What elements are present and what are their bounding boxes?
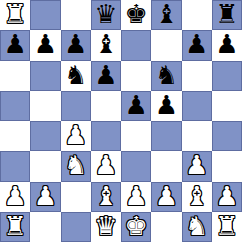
piece-white-queen[interactable]: ♛ [94, 213, 117, 239]
square-a2[interactable]: ♟ [0, 182, 30, 212]
square-f6[interactable]: ♞ [151, 61, 181, 91]
square-b1[interactable] [30, 212, 60, 242]
square-c3[interactable]: ♞ [61, 151, 91, 181]
square-c6[interactable]: ♞ [61, 61, 91, 91]
square-g1[interactable]: ♞ [182, 212, 212, 242]
square-d4[interactable] [91, 121, 121, 151]
square-d7[interactable]: ♝ [91, 30, 121, 60]
square-c7[interactable]: ♟ [61, 30, 91, 60]
piece-black-pawn[interactable]: ♟ [3, 31, 26, 57]
square-e7[interactable] [121, 30, 151, 60]
square-h1[interactable]: ♜ [212, 212, 242, 242]
square-g8[interactable] [182, 0, 212, 30]
piece-white-rook[interactable]: ♜ [3, 1, 26, 27]
square-h3[interactable] [212, 151, 242, 181]
square-f2[interactable]: ♟ [151, 182, 181, 212]
piece-black-pawn[interactable]: ♟ [185, 31, 208, 57]
square-g3[interactable]: ♟ [182, 151, 212, 181]
square-g7[interactable]: ♟ [182, 30, 212, 60]
square-b4[interactable] [30, 121, 60, 151]
square-b8[interactable] [30, 0, 60, 30]
square-e2[interactable]: ♟ [121, 182, 151, 212]
square-e3[interactable] [121, 151, 151, 181]
square-b6[interactable] [30, 61, 60, 91]
square-e5[interactable]: ♟ [121, 91, 151, 121]
square-d1[interactable]: ♛ [91, 212, 121, 242]
piece-black-knight[interactable]: ♞ [155, 62, 178, 88]
piece-white-knight[interactable]: ♞ [64, 152, 87, 178]
square-c1[interactable] [61, 212, 91, 242]
piece-black-pawn[interactable]: ♟ [94, 62, 117, 88]
square-h8[interactable]: ♜ [212, 0, 242, 30]
square-c4[interactable]: ♟ [61, 121, 91, 151]
chess-board-container: ♜♛♚♝♜♟♟♟♝♟♟♞♟♞♟♟♟♞♟♟♟♟♝♟♟♝♟♜♛♚♞♜ [0, 0, 242, 242]
piece-black-king[interactable]: ♚ [124, 1, 147, 27]
square-h7[interactable]: ♟ [212, 30, 242, 60]
chess-board: ♜♛♚♝♜♟♟♟♝♟♟♞♟♞♟♟♟♞♟♟♟♟♝♟♟♝♟♜♛♚♞♜ [0, 0, 242, 242]
square-e4[interactable] [121, 121, 151, 151]
piece-black-pawn[interactable]: ♟ [34, 31, 57, 57]
piece-white-pawn[interactable]: ♟ [64, 122, 87, 148]
piece-black-bishop[interactable]: ♝ [155, 1, 178, 27]
square-d6[interactable]: ♟ [91, 61, 121, 91]
piece-black-pawn[interactable]: ♟ [64, 31, 87, 57]
square-f1[interactable] [151, 212, 181, 242]
square-a4[interactable] [0, 121, 30, 151]
square-f5[interactable]: ♟ [151, 91, 181, 121]
piece-white-pawn[interactable]: ♟ [3, 183, 26, 209]
piece-white-rook[interactable]: ♜ [215, 213, 238, 239]
square-h4[interactable] [212, 121, 242, 151]
square-b3[interactable] [30, 151, 60, 181]
square-e1[interactable]: ♚ [121, 212, 151, 242]
piece-black-bishop[interactable]: ♝ [94, 31, 117, 57]
piece-white-pawn[interactable]: ♟ [185, 152, 208, 178]
square-g5[interactable] [182, 91, 212, 121]
square-c5[interactable] [61, 91, 91, 121]
square-c2[interactable] [61, 182, 91, 212]
square-h2[interactable]: ♟ [212, 182, 242, 212]
square-a8[interactable]: ♜ [0, 0, 30, 30]
piece-black-pawn[interactable]: ♟ [155, 92, 178, 118]
square-c8[interactable] [61, 0, 91, 30]
square-a7[interactable]: ♟ [0, 30, 30, 60]
square-h5[interactable] [212, 91, 242, 121]
square-g2[interactable]: ♝ [182, 182, 212, 212]
square-h6[interactable] [212, 61, 242, 91]
piece-black-rook[interactable]: ♜ [215, 1, 238, 27]
piece-white-rook[interactable]: ♜ [3, 213, 26, 239]
square-e8[interactable]: ♚ [121, 0, 151, 30]
square-d8[interactable]: ♛ [91, 0, 121, 30]
square-d3[interactable]: ♟ [91, 151, 121, 181]
piece-white-knight[interactable]: ♞ [185, 213, 208, 239]
square-a5[interactable] [0, 91, 30, 121]
piece-black-knight[interactable]: ♞ [64, 62, 87, 88]
square-b2[interactable]: ♟ [30, 182, 60, 212]
piece-white-king[interactable]: ♚ [124, 213, 147, 239]
square-g6[interactable] [182, 61, 212, 91]
square-d5[interactable] [91, 91, 121, 121]
square-a6[interactable] [0, 61, 30, 91]
piece-white-pawn[interactable]: ♟ [155, 183, 178, 209]
square-d2[interactable]: ♝ [91, 182, 121, 212]
piece-white-pawn[interactable]: ♟ [215, 183, 238, 209]
piece-white-pawn[interactable]: ♟ [94, 152, 117, 178]
square-f7[interactable] [151, 30, 181, 60]
piece-black-pawn[interactable]: ♟ [215, 31, 238, 57]
square-f8[interactable]: ♝ [151, 0, 181, 30]
piece-white-bishop[interactable]: ♝ [94, 183, 117, 209]
piece-white-pawn[interactable]: ♟ [124, 183, 147, 209]
piece-black-queen[interactable]: ♛ [94, 1, 117, 27]
piece-white-pawn[interactable]: ♟ [34, 183, 57, 209]
piece-black-pawn[interactable]: ♟ [124, 92, 147, 118]
square-e6[interactable] [121, 61, 151, 91]
square-g4[interactable] [182, 121, 212, 151]
square-b7[interactable]: ♟ [30, 30, 60, 60]
piece-white-bishop[interactable]: ♝ [185, 183, 208, 209]
square-f3[interactable] [151, 151, 181, 181]
square-a3[interactable] [0, 151, 30, 181]
square-f4[interactable] [151, 121, 181, 151]
square-a1[interactable]: ♜ [0, 212, 30, 242]
square-b5[interactable] [30, 91, 60, 121]
